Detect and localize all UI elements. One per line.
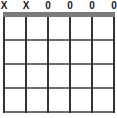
string-line-6 bbox=[3, 17, 5, 113]
string-line-3 bbox=[69, 17, 71, 113]
string-label-4: 0 bbox=[37, 0, 59, 12]
string-label-5: X bbox=[15, 0, 37, 12]
string-label-2: 0 bbox=[81, 0, 103, 12]
string-line-5 bbox=[25, 17, 27, 113]
chord-diagram: X X 0 0 0 0 bbox=[0, 0, 117, 118]
string-label-1: 0 bbox=[103, 0, 117, 12]
fretboard-grid bbox=[3, 17, 115, 113]
string-labels-row: X X 0 0 0 0 bbox=[0, 0, 117, 12]
string-line-1 bbox=[113, 17, 115, 113]
string-label-3: 0 bbox=[59, 0, 81, 12]
string-line-2 bbox=[91, 17, 93, 113]
string-label-6: X bbox=[0, 0, 15, 12]
string-line-4 bbox=[47, 17, 49, 113]
